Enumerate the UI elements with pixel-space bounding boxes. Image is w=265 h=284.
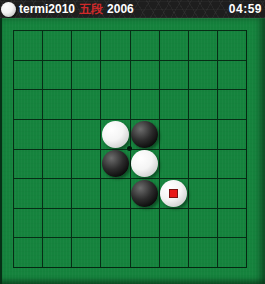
board-cell-f8[interactable] [159, 237, 188, 267]
white-stone-icon [1, 2, 16, 17]
board-cell-b8[interactable] [42, 237, 71, 267]
board-cell-c2[interactable] [71, 60, 100, 90]
board-cell-b1[interactable] [42, 30, 71, 60]
board-cell-a1[interactable] [13, 30, 42, 60]
last-move-marker [169, 189, 178, 198]
board-cell-h1[interactable] [217, 30, 246, 60]
player-rank: 五段 [79, 1, 103, 18]
board-cell-c5[interactable] [71, 149, 100, 179]
board-area [0, 18, 265, 284]
board-cell-f7[interactable] [159, 208, 188, 238]
board-cell-e2[interactable] [130, 60, 159, 90]
board-cell-f2[interactable] [159, 60, 188, 90]
game-clock: 04:59 [229, 2, 262, 16]
othello-board [13, 30, 247, 268]
board-cell-b2[interactable] [42, 60, 71, 90]
board-cell-d2[interactable] [100, 60, 129, 90]
board-cell-f5[interactable] [159, 149, 188, 179]
board-cell-g3[interactable] [188, 89, 217, 119]
board-cell-a6[interactable] [13, 178, 42, 208]
board-cell-a5[interactable] [13, 149, 42, 179]
board-cell-g6[interactable] [188, 178, 217, 208]
board-cell-d8[interactable] [100, 237, 129, 267]
board-cell-g2[interactable] [188, 60, 217, 90]
board-cell-h4[interactable] [217, 119, 246, 149]
board-cell-h2[interactable] [217, 60, 246, 90]
black-stone [131, 121, 158, 148]
board-cell-f3[interactable] [159, 89, 188, 119]
board-cell-c4[interactable] [71, 119, 100, 149]
board-cell-e1[interactable] [130, 30, 159, 60]
black-stone [102, 150, 129, 177]
player-rating: 2006 [107, 2, 134, 16]
white-stone [160, 180, 187, 207]
board-cell-g5[interactable] [188, 149, 217, 179]
board-cell-g1[interactable] [188, 30, 217, 60]
black-stone [131, 180, 158, 207]
white-stone [131, 150, 158, 177]
board-cell-b5[interactable] [42, 149, 71, 179]
board-cell-c6[interactable] [71, 178, 100, 208]
board-cell-b6[interactable] [42, 178, 71, 208]
title-bar: termi2010 五段 2006 04:59 [0, 0, 265, 18]
board-cell-d7[interactable] [100, 208, 129, 238]
board-cell-f1[interactable] [159, 30, 188, 60]
board-cell-d1[interactable] [100, 30, 129, 60]
board-cell-h6[interactable] [217, 178, 246, 208]
board-cell-g7[interactable] [188, 208, 217, 238]
board-cell-d6[interactable] [100, 178, 129, 208]
board-cell-h3[interactable] [217, 89, 246, 119]
board-cell-d3[interactable] [100, 89, 129, 119]
board-cell-c7[interactable] [71, 208, 100, 238]
board-cell-e6[interactable] [130, 178, 159, 208]
board-cell-e3[interactable] [130, 89, 159, 119]
board-cell-a3[interactable] [13, 89, 42, 119]
board-cell-e8[interactable] [130, 237, 159, 267]
board-cell-f4[interactable] [159, 119, 188, 149]
board-cell-h5[interactable] [217, 149, 246, 179]
board-cell-c8[interactable] [71, 237, 100, 267]
board-cell-a7[interactable] [13, 208, 42, 238]
board-cell-e4[interactable] [130, 119, 159, 149]
board-cell-d4[interactable] [100, 119, 129, 149]
board-cell-c3[interactable] [71, 89, 100, 119]
board-cell-e7[interactable] [130, 208, 159, 238]
game-window: termi2010 五段 2006 04:59 [0, 0, 265, 284]
board-cell-a4[interactable] [13, 119, 42, 149]
board-cell-g4[interactable] [188, 119, 217, 149]
player-name: termi2010 [19, 2, 75, 16]
white-stone [102, 121, 129, 148]
board-cell-b3[interactable] [42, 89, 71, 119]
board-cell-b7[interactable] [42, 208, 71, 238]
board-cell-h8[interactable] [217, 237, 246, 267]
board-cell-d5[interactable] [100, 149, 129, 179]
board-cell-b4[interactable] [42, 119, 71, 149]
board-cell-g8[interactable] [188, 237, 217, 267]
board-cell-h7[interactable] [217, 208, 246, 238]
board-cell-a2[interactable] [13, 60, 42, 90]
board-cell-f6[interactable] [159, 178, 188, 208]
board-cell-e5[interactable] [130, 149, 159, 179]
board-cell-a8[interactable] [13, 237, 42, 267]
board-cell-c1[interactable] [71, 30, 100, 60]
